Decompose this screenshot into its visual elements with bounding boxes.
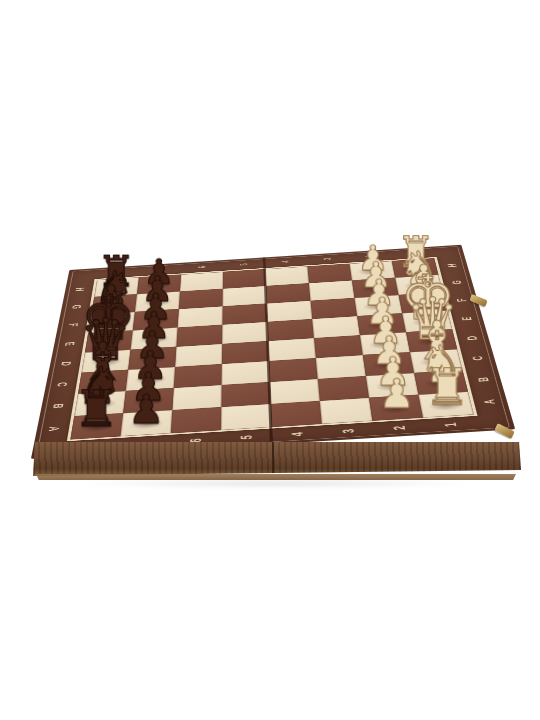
coord-back-4: 4 xyxy=(281,260,291,263)
chess-board: ♜♟♟♜♞♟♟♞♝♟♟♝♚♟♟♚♛♟♟♛♝♟♟♝♞♟♟♞♜♟♟♜ 8877665… xyxy=(31,245,515,459)
square-a2[interactable]: ♟ xyxy=(369,395,423,421)
coord-front-3: 3 xyxy=(339,429,357,434)
square-d3[interactable] xyxy=(314,335,363,358)
coord-front-1: 1 xyxy=(441,422,460,427)
piece-black-rook-a8[interactable]: ♜ xyxy=(74,386,119,432)
square-a1[interactable]: ♜ xyxy=(419,392,474,418)
square-e4[interactable] xyxy=(267,319,314,341)
square-c5[interactable] xyxy=(222,361,270,385)
square-e3[interactable] xyxy=(312,316,360,338)
coord-back-3: 3 xyxy=(323,258,333,261)
square-a8[interactable]: ♜ xyxy=(70,413,123,439)
piece-black-pawn-a7[interactable]: ♟ xyxy=(128,392,164,429)
coord-left-A: A xyxy=(46,426,63,432)
coord-left-B: B xyxy=(50,403,67,409)
coord-left-D: D xyxy=(58,361,74,366)
square-a4[interactable] xyxy=(270,401,321,427)
square-b5[interactable] xyxy=(221,382,270,407)
piece-white-rook-a1[interactable]: ♜ xyxy=(424,364,469,410)
floor-shadow xyxy=(70,479,480,488)
square-a3[interactable] xyxy=(320,398,373,424)
playing-field: ♜♟♟♜♞♟♟♞♝♟♟♝♚♟♟♚♛♟♟♛♝♟♟♝♞♟♟♞♜♟♟♜ xyxy=(67,257,478,441)
square-b6[interactable] xyxy=(172,385,221,410)
coord-right-D: D xyxy=(464,336,480,341)
square-a7[interactable]: ♟ xyxy=(121,410,173,436)
front-edge-seam xyxy=(272,442,274,476)
coord-left-E: E xyxy=(62,342,77,347)
square-a6[interactable] xyxy=(171,407,222,433)
coord-front-5: 5 xyxy=(237,435,255,440)
coord-right-A: A xyxy=(481,399,499,405)
board-grid: ♜♟♟♜♞♟♟♞♝♟♟♝♚♟♟♚♛♟♟♛♝♟♟♝♞♟♟♞♜♟♟♜ xyxy=(70,258,473,439)
piece-white-pawn-a2[interactable]: ♟ xyxy=(379,376,415,413)
coord-front-4: 4 xyxy=(288,432,306,437)
coord-right-B: B xyxy=(475,377,492,382)
board-scene: ♜♟♟♜♞♟♟♞♝♟♟♝♚♟♟♚♛♟♟♛♝♟♟♝♞♟♟♞♜♟♟♜ 8877665… xyxy=(51,124,485,558)
coord-back-5: 5 xyxy=(239,263,249,266)
square-d6[interactable] xyxy=(175,344,222,367)
chess-set-photo: ♜♟♟♜♞♟♟♞♝♟♟♝♚♟♟♚♛♟♟♛♝♟♟♝♞♟♟♞♜♟♟♜ 8877665… xyxy=(0,0,540,720)
coord-back-6: 6 xyxy=(197,266,207,269)
coord-front-2: 2 xyxy=(390,425,408,430)
coord-left-C: C xyxy=(54,382,70,387)
square-h5[interactable] xyxy=(223,269,266,289)
coord-right-C: C xyxy=(469,356,486,361)
coord-left-F: F xyxy=(66,323,81,327)
square-a5[interactable] xyxy=(221,404,271,430)
square-f3[interactable] xyxy=(310,298,357,319)
square-b4[interactable] xyxy=(270,379,320,404)
square-e6[interactable] xyxy=(176,325,222,347)
square-b3[interactable] xyxy=(318,376,369,401)
square-c4[interactable] xyxy=(269,358,318,382)
square-e5[interactable] xyxy=(222,322,268,344)
coord-right-E: E xyxy=(459,316,475,321)
